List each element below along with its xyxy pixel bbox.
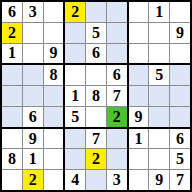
box-3: 19 xyxy=(129,2,190,63)
cell-r2c8[interactable] xyxy=(149,23,169,43)
box-2: 256 xyxy=(65,2,126,63)
cell-r2c7[interactable] xyxy=(129,23,149,43)
cell-r8c4[interactable] xyxy=(65,149,85,169)
cell-r1c8[interactable]: 1 xyxy=(149,2,169,22)
cell-r1c5[interactable] xyxy=(86,2,106,22)
cell-r1c3[interactable] xyxy=(44,2,64,22)
cell-r5c8[interactable] xyxy=(149,86,169,106)
cell-r2c4[interactable] xyxy=(65,23,85,43)
cell-r9c9[interactable]: 7 xyxy=(170,170,190,190)
cell-r5c6[interactable]: 7 xyxy=(107,86,127,106)
cell-r1c9[interactable] xyxy=(170,2,190,22)
cell-r3c2[interactable] xyxy=(23,44,43,64)
cell-r5c9[interactable] xyxy=(170,86,190,106)
cell-r2c9[interactable]: 9 xyxy=(170,23,190,43)
cell-r3c3[interactable]: 9 xyxy=(44,44,64,64)
cell-r4c4[interactable] xyxy=(65,65,85,85)
cell-r7c1[interactable] xyxy=(2,129,22,149)
cell-r4c8[interactable]: 5 xyxy=(149,65,169,85)
cell-r7c2[interactable]: 9 xyxy=(23,129,43,149)
cell-r3c5[interactable]: 6 xyxy=(86,44,106,64)
cell-r6c6[interactable]: 2 xyxy=(107,107,127,127)
cell-r4c1[interactable] xyxy=(2,65,22,85)
cell-r2c5[interactable]: 5 xyxy=(86,23,106,43)
cell-r2c2[interactable] xyxy=(23,23,43,43)
cell-r9c5[interactable] xyxy=(86,170,106,190)
cell-r5c4[interactable]: 1 xyxy=(65,86,85,106)
cell-r7c6[interactable] xyxy=(107,129,127,149)
cell-r6c8[interactable] xyxy=(149,107,169,127)
cell-r7c7[interactable]: 1 xyxy=(129,129,149,149)
cell-r8c1[interactable]: 8 xyxy=(2,149,22,169)
cell-r6c2[interactable]: 6 xyxy=(23,107,43,127)
box-9: 16597 xyxy=(129,129,190,190)
cell-r3c9[interactable] xyxy=(170,44,190,64)
cell-r1c7[interactable] xyxy=(129,2,149,22)
box-4: 86 xyxy=(2,65,63,126)
cell-r4c7[interactable] xyxy=(129,65,149,85)
cell-r7c9[interactable]: 6 xyxy=(170,129,190,149)
cell-r1c1[interactable]: 6 xyxy=(2,2,22,22)
cell-r7c4[interactable] xyxy=(65,129,85,149)
cell-r2c3[interactable] xyxy=(44,23,64,43)
cell-r1c4[interactable]: 2 xyxy=(65,2,85,22)
cell-r4c2[interactable] xyxy=(23,65,43,85)
cell-r3c6[interactable] xyxy=(107,44,127,64)
cell-r1c6[interactable] xyxy=(107,2,127,22)
cell-r2c6[interactable] xyxy=(107,23,127,43)
cell-r5c1[interactable] xyxy=(2,86,22,106)
cell-r7c5[interactable]: 7 xyxy=(86,129,106,149)
cell-r8c3[interactable] xyxy=(44,149,64,169)
cell-r6c5[interactable] xyxy=(86,107,106,127)
cell-r5c2[interactable] xyxy=(23,86,43,106)
cell-r8c5[interactable]: 2 xyxy=(86,149,106,169)
cell-r5c7[interactable] xyxy=(129,86,149,106)
cell-r3c8[interactable] xyxy=(149,44,169,64)
box-5: 618752 xyxy=(65,65,126,126)
cell-r6c1[interactable] xyxy=(2,107,22,127)
cell-r4c3[interactable]: 8 xyxy=(44,65,64,85)
cell-r9c6[interactable]: 3 xyxy=(107,170,127,190)
box-6: 59 xyxy=(129,65,190,126)
cell-r3c4[interactable] xyxy=(65,44,85,64)
cell-r6c3[interactable] xyxy=(44,107,64,127)
cell-r1c2[interactable]: 3 xyxy=(23,2,43,22)
cell-r8c9[interactable]: 5 xyxy=(170,149,190,169)
cell-r8c8[interactable] xyxy=(149,149,169,169)
cell-r9c1[interactable] xyxy=(2,170,22,190)
box-8: 7243 xyxy=(65,129,126,190)
cell-r6c7[interactable]: 9 xyxy=(129,107,149,127)
cell-r5c5[interactable]: 8 xyxy=(86,86,106,106)
cell-r6c9[interactable] xyxy=(170,107,190,127)
cell-r9c2[interactable]: 2 xyxy=(23,170,43,190)
cell-r2c1[interactable]: 2 xyxy=(2,23,22,43)
cell-r5c3[interactable] xyxy=(44,86,64,106)
cell-r6c4[interactable]: 5 xyxy=(65,107,85,127)
cell-r9c4[interactable]: 4 xyxy=(65,170,85,190)
cell-r4c5[interactable] xyxy=(86,65,106,85)
sudoku-board: 632192561986618752599812724316597 xyxy=(0,0,192,192)
cell-r4c6[interactable]: 6 xyxy=(107,65,127,85)
cell-r8c6[interactable] xyxy=(107,149,127,169)
cell-r8c7[interactable] xyxy=(129,149,149,169)
cell-r3c7[interactable] xyxy=(129,44,149,64)
cell-r9c7[interactable] xyxy=(129,170,149,190)
cell-r9c8[interactable]: 9 xyxy=(149,170,169,190)
box-1: 63219 xyxy=(2,2,63,63)
cell-r7c3[interactable] xyxy=(44,129,64,149)
cell-r7c8[interactable] xyxy=(149,129,169,149)
cell-r9c3[interactable] xyxy=(44,170,64,190)
cell-r3c1[interactable]: 1 xyxy=(2,44,22,64)
cell-r8c2[interactable]: 1 xyxy=(23,149,43,169)
cell-r4c9[interactable] xyxy=(170,65,190,85)
box-7: 9812 xyxy=(2,129,63,190)
